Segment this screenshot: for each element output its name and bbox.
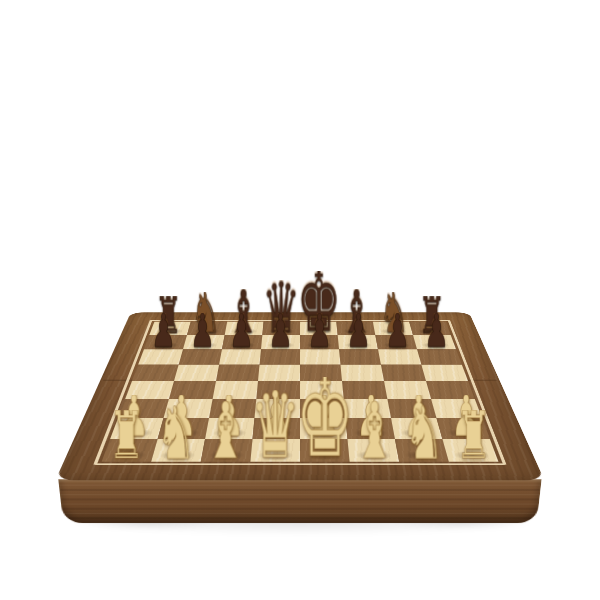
- square-a5: [132, 365, 179, 381]
- piece-white-king: ♚: [296, 377, 354, 462]
- piece-white-knight: ♞: [404, 405, 443, 462]
- piece-black-pawn: ♟: [307, 313, 332, 349]
- square-f7: ♟: [338, 335, 378, 349]
- square-b5: [174, 365, 219, 381]
- square-h7: ♟: [413, 335, 456, 349]
- square-a6: [138, 349, 183, 364]
- square-d7: ♟: [261, 335, 300, 349]
- piece-black-pawn: ♟: [229, 313, 254, 349]
- square-c7: ♟: [222, 335, 262, 349]
- square-e1: ♚: [300, 439, 350, 462]
- box-front-face: [58, 479, 541, 523]
- square-c6: [219, 349, 261, 364]
- square-g6: [378, 349, 421, 364]
- square-h1: ♜: [442, 439, 498, 462]
- piece-black-pawn: ♟: [424, 313, 449, 349]
- square-h6: [417, 349, 462, 364]
- square-d1: ♛: [250, 439, 300, 462]
- piece-black-pawn: ♟: [385, 313, 410, 349]
- piece-black-pawn: ♟: [190, 313, 215, 349]
- square-f1: ♝: [347, 439, 399, 462]
- square-b6: [179, 349, 222, 364]
- piece-white-rook: ♜: [456, 410, 492, 462]
- piece-black-pawn: ♟: [268, 313, 293, 349]
- piece-white-knight: ♞: [156, 405, 195, 462]
- square-b1: ♞: [151, 439, 205, 462]
- square-a7: ♟: [144, 335, 187, 349]
- square-a1: ♜: [102, 439, 158, 462]
- piece-white-rook: ♜: [109, 410, 145, 462]
- piece-black-pawn: ♟: [346, 313, 371, 349]
- piece-white-bishop: ♝: [205, 401, 247, 462]
- board-grid: ♜♞♝♛♚♝♞♜♟♟♟♟♟♟♟♟♟♟♟♟♟♟♟♟♜♞♝♛♚♝♞♜: [102, 322, 499, 462]
- square-c1: ♝: [201, 439, 253, 462]
- square-g5: [381, 365, 426, 381]
- piece-white-bishop: ♝: [353, 401, 395, 462]
- square-h5: [421, 365, 468, 381]
- square-b7: ♟: [183, 335, 225, 349]
- product-photo: ♜♞♝♛♚♝♞♜♟♟♟♟♟♟♟♟♟♟♟♟♟♟♟♟♜♞♝♛♚♝♞♜: [0, 0, 600, 600]
- piece-white-queen: ♛: [250, 390, 300, 462]
- square-g1: ♞: [395, 439, 449, 462]
- square-d6: [260, 349, 300, 364]
- square-e7: ♟: [300, 335, 339, 349]
- piece-black-pawn: ♟: [151, 313, 176, 349]
- chess-board: ♜♞♝♛♚♝♞♜♟♟♟♟♟♟♟♟♟♟♟♟♟♟♟♟♜♞♝♛♚♝♞♜: [55, 312, 544, 480]
- square-g7: ♟: [375, 335, 417, 349]
